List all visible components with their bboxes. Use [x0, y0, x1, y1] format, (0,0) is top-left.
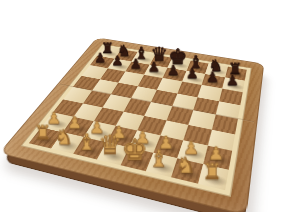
square-h7: ♟ [222, 77, 245, 92]
board-grid: ♜♞♝♛♚♝♞♜♟♟♟♟♟♟♟♟♟♟♟♟♟♟♟♟♜♞♝♛♚♝♞♜ [29, 46, 247, 189]
chess-board: ♜♞♝♛♚♝♞♜♟♟♟♟♟♟♟♟♟♟♟♟♟♟♟♟♜♞♝♛♚♝♞♜ [0, 37, 264, 212]
square-g4 [188, 110, 215, 129]
square-g5 [193, 97, 218, 114]
piece-black-pawn-h7: ♟ [216, 74, 248, 88]
board-frame: ♜♞♝♛♚♝♞♜♟♟♟♟♟♟♟♟♟♟♟♟♟♟♟♟♜♞♝♛♚♝♞♜ [0, 37, 264, 212]
piece-white-rook-h1: ♜ [190, 161, 233, 183]
square-h5 [215, 101, 240, 119]
photo-canvas: ♜♞♝♛♚♝♞♜♟♟♟♟♟♟♟♟♟♟♟♟♟♟♟♟♜♞♝♛♚♝♞♜ [0, 0, 290, 212]
square-a4 [63, 87, 91, 103]
square-h1: ♜ [197, 163, 228, 190]
